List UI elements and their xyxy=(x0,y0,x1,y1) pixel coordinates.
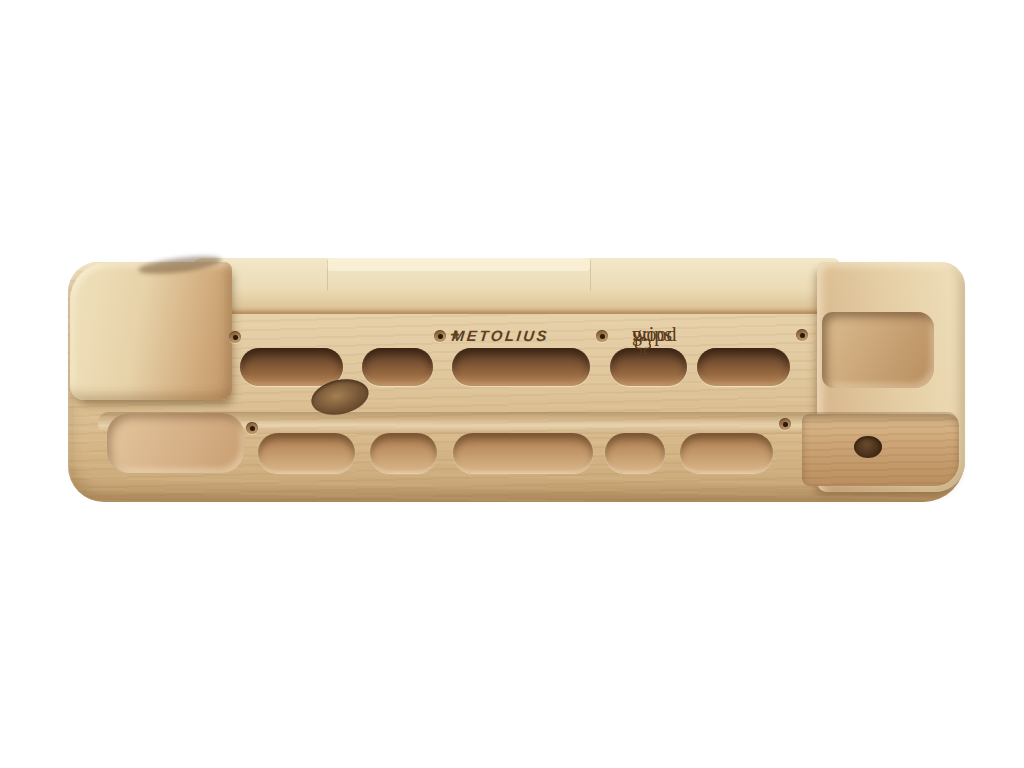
screw-hole-bottom-1 xyxy=(246,422,258,434)
page-background: METOLIUS+ wood grips xyxy=(0,0,1024,768)
metolius-wordmark: METOLIUS+ xyxy=(451,326,453,344)
hangboard: METOLIUS+ wood grips xyxy=(68,254,965,508)
finger-pocket-lower-4 xyxy=(605,433,665,473)
finger-pocket-upper-5 xyxy=(697,348,790,386)
screw-hole-bottom-2 xyxy=(779,418,791,430)
finger-pocket-upper-1 xyxy=(240,348,343,386)
screw-hole-opening xyxy=(438,334,443,339)
left-sloper-block xyxy=(70,262,232,400)
finger-pocket-upper-3 xyxy=(452,348,590,386)
screw-hole-opening xyxy=(250,426,255,431)
woodgrips-word-right: grips xyxy=(632,323,672,346)
top-rail-center-section xyxy=(327,258,590,271)
screw-hole-opening xyxy=(783,422,788,427)
right-sloper-dish xyxy=(822,312,934,388)
rail-seam-right xyxy=(590,260,591,290)
screw-hole-top-4 xyxy=(796,329,808,341)
screw-hole-opening xyxy=(800,333,805,338)
finger-pocket-lower-3 xyxy=(453,433,593,473)
metolius-plus-mark: + xyxy=(449,326,460,344)
finger-pocket-upper-2 xyxy=(362,348,433,386)
wood-knot-right xyxy=(854,436,882,458)
finger-pocket-lower-1 xyxy=(258,433,355,473)
metolius-wordmark-text: METOLIUS xyxy=(451,327,550,344)
screw-hole-top-1 xyxy=(229,331,241,343)
lower-left-sloper-dish xyxy=(107,413,244,473)
screw-hole-opening xyxy=(233,335,238,340)
finger-pocket-lower-2 xyxy=(370,433,437,473)
finger-pocket-lower-5 xyxy=(680,433,773,473)
screw-hole-top-2 xyxy=(434,330,446,342)
screw-hole-opening xyxy=(600,334,605,339)
rail-seam-left xyxy=(327,260,328,290)
screw-hole-top-3 xyxy=(596,330,608,342)
